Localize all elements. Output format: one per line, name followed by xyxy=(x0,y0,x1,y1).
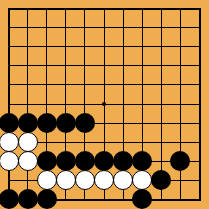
board-point-1-2[interactable] xyxy=(18,37,37,56)
board-point-10-5[interactable] xyxy=(190,94,209,113)
white-stone xyxy=(75,170,95,190)
black-stone xyxy=(56,113,76,133)
board-point-4-9[interactable] xyxy=(75,171,94,190)
board-point-8-8[interactable] xyxy=(152,152,171,171)
board-point-6-4[interactable] xyxy=(114,75,133,94)
board-point-6-1[interactable] xyxy=(114,18,133,37)
board-point-3-6[interactable] xyxy=(56,114,75,133)
board-point-9-3[interactable] xyxy=(171,56,190,75)
board-point-6-7[interactable] xyxy=(114,133,133,152)
board-point-10-2[interactable] xyxy=(190,37,209,56)
board-point-5-6[interactable] xyxy=(94,114,113,133)
board-point-9-4[interactable] xyxy=(171,75,190,94)
board-point-9-8[interactable] xyxy=(171,152,190,171)
board-point-8-1[interactable] xyxy=(152,18,171,37)
board-point-3-3[interactable] xyxy=(56,56,75,75)
board-point-8-3[interactable] xyxy=(152,56,171,75)
board-point-5-3[interactable] xyxy=(94,56,113,75)
board-point-6-2[interactable] xyxy=(114,37,133,56)
black-stone xyxy=(151,170,171,190)
board-point-1-10[interactable] xyxy=(18,190,37,209)
board-point-7-0[interactable] xyxy=(133,0,152,18)
board-point-7-5[interactable] xyxy=(133,94,152,113)
black-stone xyxy=(0,189,19,209)
board-point-8-7[interactable] xyxy=(152,133,171,152)
white-stone xyxy=(56,170,76,190)
board-point-8-2[interactable] xyxy=(152,37,171,56)
board-point-7-7[interactable] xyxy=(133,133,152,152)
board-point-9-9[interactable] xyxy=(171,171,190,190)
board-point-3-4[interactable] xyxy=(56,75,75,94)
board-point-3-9[interactable] xyxy=(56,171,75,190)
board-point-3-8[interactable] xyxy=(56,152,75,171)
white-stone xyxy=(18,151,38,171)
board-point-3-5[interactable] xyxy=(56,94,75,113)
board-point-4-0[interactable] xyxy=(75,0,94,18)
board-point-3-1[interactable] xyxy=(56,18,75,37)
board-point-2-10[interactable] xyxy=(37,190,56,209)
board-point-1-0[interactable] xyxy=(18,0,37,18)
go-board xyxy=(0,0,209,209)
board-point-5-1[interactable] xyxy=(94,18,113,37)
board-point-0-0[interactable] xyxy=(0,0,18,18)
board-point-0-5[interactable] xyxy=(0,94,18,113)
board-point-4-5[interactable] xyxy=(75,94,94,113)
board-point-2-7[interactable] xyxy=(37,133,56,152)
black-stone xyxy=(56,151,76,171)
white-stone xyxy=(18,132,38,152)
board-point-9-5[interactable] xyxy=(171,94,190,113)
board-point-6-9[interactable] xyxy=(114,171,133,190)
board-point-0-3[interactable] xyxy=(0,56,18,75)
black-stone xyxy=(37,189,57,209)
board-point-5-7[interactable] xyxy=(94,133,113,152)
board-point-2-3[interactable] xyxy=(37,56,56,75)
board-point-4-1[interactable] xyxy=(75,18,94,37)
board-point-5-5[interactable] xyxy=(94,94,113,113)
board-point-10-9[interactable] xyxy=(190,171,209,190)
board-point-2-1[interactable] xyxy=(37,18,56,37)
board-point-2-9[interactable] xyxy=(37,171,56,190)
white-stone xyxy=(0,151,19,171)
board-point-7-6[interactable] xyxy=(133,114,152,133)
board-point-4-7[interactable] xyxy=(75,133,94,152)
board-point-10-0[interactable] xyxy=(190,0,209,18)
board-point-10-3[interactable] xyxy=(190,56,209,75)
board-point-1-8[interactable] xyxy=(18,152,37,171)
white-stone xyxy=(113,170,133,190)
white-stone xyxy=(132,170,152,190)
board-point-1-5[interactable] xyxy=(18,94,37,113)
black-stone xyxy=(75,113,95,133)
board-point-3-2[interactable] xyxy=(56,37,75,56)
board-point-5-0[interactable] xyxy=(94,0,113,18)
black-stone xyxy=(75,151,95,171)
board-point-7-9[interactable] xyxy=(133,171,152,190)
board-point-5-4[interactable] xyxy=(94,75,113,94)
board-point-2-8[interactable] xyxy=(37,152,56,171)
board-point-8-6[interactable] xyxy=(152,114,171,133)
board-point-2-6[interactable] xyxy=(37,114,56,133)
board-point-7-2[interactable] xyxy=(133,37,152,56)
board-point-6-6[interactable] xyxy=(114,114,133,133)
black-stone xyxy=(0,113,19,133)
board-point-0-6[interactable] xyxy=(0,114,18,133)
board-point-2-4[interactable] xyxy=(37,75,56,94)
board-point-9-0[interactable] xyxy=(171,0,190,18)
board-point-0-7[interactable] xyxy=(0,133,18,152)
board-point-5-10[interactable] xyxy=(94,190,113,209)
board-point-9-7[interactable] xyxy=(171,133,190,152)
board-point-3-0[interactable] xyxy=(56,0,75,18)
black-stone xyxy=(37,151,57,171)
board-point-0-1[interactable] xyxy=(0,18,18,37)
board-intersections xyxy=(0,0,209,209)
board-point-1-9[interactable] xyxy=(18,171,37,190)
board-point-1-4[interactable] xyxy=(18,75,37,94)
board-point-8-9[interactable] xyxy=(152,171,171,190)
board-point-8-5[interactable] xyxy=(152,94,171,113)
board-point-6-5[interactable] xyxy=(114,94,133,113)
board-point-0-2[interactable] xyxy=(0,37,18,56)
board-point-1-7[interactable] xyxy=(18,133,37,152)
board-point-3-10[interactable] xyxy=(56,190,75,209)
board-point-6-10[interactable] xyxy=(114,190,133,209)
white-stone xyxy=(94,170,114,190)
white-stone xyxy=(37,170,57,190)
board-point-6-3[interactable] xyxy=(114,56,133,75)
board-point-3-7[interactable] xyxy=(56,133,75,152)
black-stone xyxy=(113,151,133,171)
board-point-5-2[interactable] xyxy=(94,37,113,56)
board-point-4-6[interactable] xyxy=(75,114,94,133)
black-stone xyxy=(132,189,152,209)
board-point-4-10[interactable] xyxy=(75,190,94,209)
board-point-9-2[interactable] xyxy=(171,37,190,56)
board-point-7-4[interactable] xyxy=(133,75,152,94)
board-point-4-3[interactable] xyxy=(75,56,94,75)
board-point-4-2[interactable] xyxy=(75,37,94,56)
board-point-7-1[interactable] xyxy=(133,18,152,37)
board-point-4-4[interactable] xyxy=(75,75,94,94)
board-point-1-6[interactable] xyxy=(18,114,37,133)
board-point-7-3[interactable] xyxy=(133,56,152,75)
board-point-10-4[interactable] xyxy=(190,75,209,94)
board-point-2-5[interactable] xyxy=(37,94,56,113)
board-point-1-1[interactable] xyxy=(18,18,37,37)
board-point-10-10[interactable] xyxy=(190,190,209,209)
board-point-5-8[interactable] xyxy=(94,152,113,171)
board-point-1-3[interactable] xyxy=(18,56,37,75)
board-point-0-8[interactable] xyxy=(0,152,18,171)
black-stone xyxy=(18,113,38,133)
white-stone xyxy=(0,132,19,152)
board-point-8-10[interactable] xyxy=(152,190,171,209)
board-point-10-8[interactable] xyxy=(190,152,209,171)
board-point-0-10[interactable] xyxy=(0,190,18,209)
board-point-8-4[interactable] xyxy=(152,75,171,94)
board-point-6-8[interactable] xyxy=(114,152,133,171)
board-point-2-0[interactable] xyxy=(37,0,56,18)
board-point-5-9[interactable] xyxy=(94,171,113,190)
board-point-9-1[interactable] xyxy=(171,18,190,37)
board-point-0-9[interactable] xyxy=(0,171,18,190)
black-stone xyxy=(94,151,114,171)
board-point-10-1[interactable] xyxy=(190,18,209,37)
black-stone xyxy=(132,151,152,171)
board-point-10-6[interactable] xyxy=(190,114,209,133)
board-point-7-10[interactable] xyxy=(133,190,152,209)
board-point-4-8[interactable] xyxy=(75,152,94,171)
board-point-9-10[interactable] xyxy=(171,190,190,209)
board-point-9-6[interactable] xyxy=(171,114,190,133)
black-stone xyxy=(170,151,190,171)
board-point-6-0[interactable] xyxy=(114,0,133,18)
black-stone xyxy=(18,189,38,209)
board-point-0-4[interactable] xyxy=(0,75,18,94)
board-point-8-0[interactable] xyxy=(152,0,171,18)
board-point-2-2[interactable] xyxy=(37,37,56,56)
board-point-7-8[interactable] xyxy=(133,152,152,171)
board-point-10-7[interactable] xyxy=(190,133,209,152)
black-stone xyxy=(37,113,57,133)
